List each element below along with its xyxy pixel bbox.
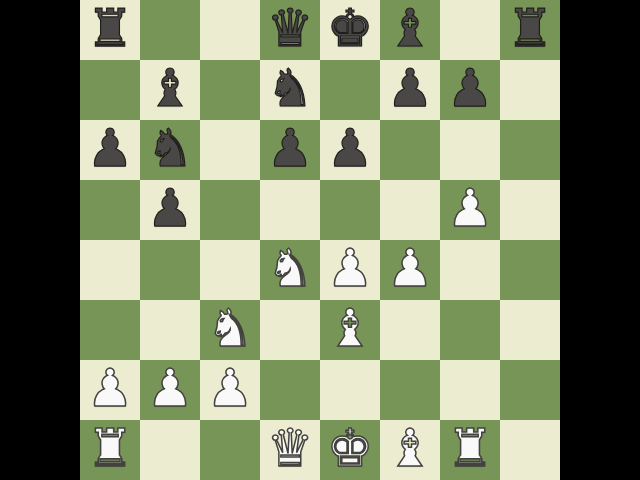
piece-black-pawn[interactable]: ♟: [327, 122, 374, 174]
square-e7[interactable]: [320, 60, 380, 120]
square-b1[interactable]: [140, 420, 200, 480]
square-e1[interactable]: ♚: [320, 420, 380, 480]
square-d1[interactable]: ♛: [260, 420, 320, 480]
square-h6[interactable]: [500, 120, 560, 180]
piece-white-pawn[interactable]: ♟: [387, 242, 434, 294]
piece-white-pawn[interactable]: ♟: [147, 362, 194, 414]
square-c1[interactable]: [200, 420, 260, 480]
square-f1[interactable]: ♝: [380, 420, 440, 480]
square-f8[interactable]: ♝: [380, 0, 440, 60]
square-a1[interactable]: ♜: [80, 420, 140, 480]
square-f4[interactable]: ♟: [380, 240, 440, 300]
square-g8[interactable]: [440, 0, 500, 60]
square-e8[interactable]: ♚: [320, 0, 380, 60]
square-d3[interactable]: [260, 300, 320, 360]
square-a2[interactable]: ♟: [80, 360, 140, 420]
square-f3[interactable]: [380, 300, 440, 360]
square-a8[interactable]: ♜: [80, 0, 140, 60]
piece-black-knight[interactable]: ♞: [267, 62, 314, 114]
piece-white-pawn[interactable]: ♟: [207, 362, 254, 414]
square-c2[interactable]: ♟: [200, 360, 260, 420]
square-d2[interactable]: [260, 360, 320, 420]
piece-black-pawn[interactable]: ♟: [87, 122, 134, 174]
square-g4[interactable]: [440, 240, 500, 300]
square-c7[interactable]: [200, 60, 260, 120]
square-e3[interactable]: ♝: [320, 300, 380, 360]
piece-white-queen[interactable]: ♛: [267, 422, 314, 474]
square-a6[interactable]: ♟: [80, 120, 140, 180]
square-b2[interactable]: ♟: [140, 360, 200, 420]
square-c3[interactable]: ♞: [200, 300, 260, 360]
square-c4[interactable]: [200, 240, 260, 300]
square-c6[interactable]: [200, 120, 260, 180]
square-h2[interactable]: [500, 360, 560, 420]
square-a5[interactable]: [80, 180, 140, 240]
square-g1[interactable]: ♜: [440, 420, 500, 480]
piece-black-pawn[interactable]: ♟: [447, 62, 494, 114]
square-b3[interactable]: [140, 300, 200, 360]
piece-black-bishop[interactable]: ♝: [387, 2, 434, 54]
piece-white-pawn[interactable]: ♟: [327, 242, 374, 294]
square-d4[interactable]: ♞: [260, 240, 320, 300]
piece-black-queen[interactable]: ♛: [267, 2, 314, 54]
square-e6[interactable]: ♟: [320, 120, 380, 180]
square-f7[interactable]: ♟: [380, 60, 440, 120]
piece-white-rook[interactable]: ♜: [447, 422, 494, 474]
square-d8[interactable]: ♛: [260, 0, 320, 60]
square-g3[interactable]: [440, 300, 500, 360]
square-a7[interactable]: [80, 60, 140, 120]
square-e4[interactable]: ♟: [320, 240, 380, 300]
piece-white-bishop[interactable]: ♝: [387, 422, 434, 474]
square-d7[interactable]: ♞: [260, 60, 320, 120]
square-e5[interactable]: [320, 180, 380, 240]
square-f2[interactable]: [380, 360, 440, 420]
square-h4[interactable]: [500, 240, 560, 300]
letterbox-right: [560, 0, 640, 480]
square-a4[interactable]: [80, 240, 140, 300]
square-h1[interactable]: [500, 420, 560, 480]
piece-white-bishop[interactable]: ♝: [327, 302, 374, 354]
piece-white-rook[interactable]: ♜: [87, 422, 134, 474]
piece-black-pawn[interactable]: ♟: [267, 122, 314, 174]
piece-black-king[interactable]: ♚: [327, 2, 374, 54]
piece-black-knight[interactable]: ♞: [147, 122, 194, 174]
square-b8[interactable]: [140, 0, 200, 60]
piece-black-pawn[interactable]: ♟: [147, 182, 194, 234]
square-b4[interactable]: [140, 240, 200, 300]
square-b5[interactable]: ♟: [140, 180, 200, 240]
square-g7[interactable]: ♟: [440, 60, 500, 120]
video-frame: ♜♛♚♝♜♝♞♟♟♟♞♟♟♟♟♞♟♟♞♝♟♟♟♜♛♚♝♜: [0, 0, 640, 480]
square-f5[interactable]: [380, 180, 440, 240]
square-g2[interactable]: [440, 360, 500, 420]
square-h7[interactable]: [500, 60, 560, 120]
piece-white-knight[interactable]: ♞: [267, 242, 314, 294]
square-g6[interactable]: [440, 120, 500, 180]
square-a3[interactable]: [80, 300, 140, 360]
square-f6[interactable]: [380, 120, 440, 180]
piece-black-rook[interactable]: ♜: [87, 2, 134, 54]
piece-white-king[interactable]: ♚: [327, 422, 374, 474]
square-d6[interactable]: ♟: [260, 120, 320, 180]
chess-board[interactable]: ♜♛♚♝♜♝♞♟♟♟♞♟♟♟♟♞♟♟♞♝♟♟♟♜♛♚♝♜: [80, 0, 560, 480]
piece-black-rook[interactable]: ♜: [507, 2, 554, 54]
piece-black-pawn[interactable]: ♟: [387, 62, 434, 114]
letterbox-left: [0, 0, 80, 480]
square-b6[interactable]: ♞: [140, 120, 200, 180]
piece-black-bishop[interactable]: ♝: [147, 62, 194, 114]
piece-white-pawn[interactable]: ♟: [447, 182, 494, 234]
square-h5[interactable]: [500, 180, 560, 240]
piece-white-pawn[interactable]: ♟: [87, 362, 134, 414]
square-d5[interactable]: [260, 180, 320, 240]
square-e2[interactable]: [320, 360, 380, 420]
square-c5[interactable]: [200, 180, 260, 240]
square-h8[interactable]: ♜: [500, 0, 560, 60]
square-g5[interactable]: ♟: [440, 180, 500, 240]
piece-white-knight[interactable]: ♞: [207, 302, 254, 354]
square-b7[interactable]: ♝: [140, 60, 200, 120]
square-h3[interactable]: [500, 300, 560, 360]
square-c8[interactable]: [200, 0, 260, 60]
